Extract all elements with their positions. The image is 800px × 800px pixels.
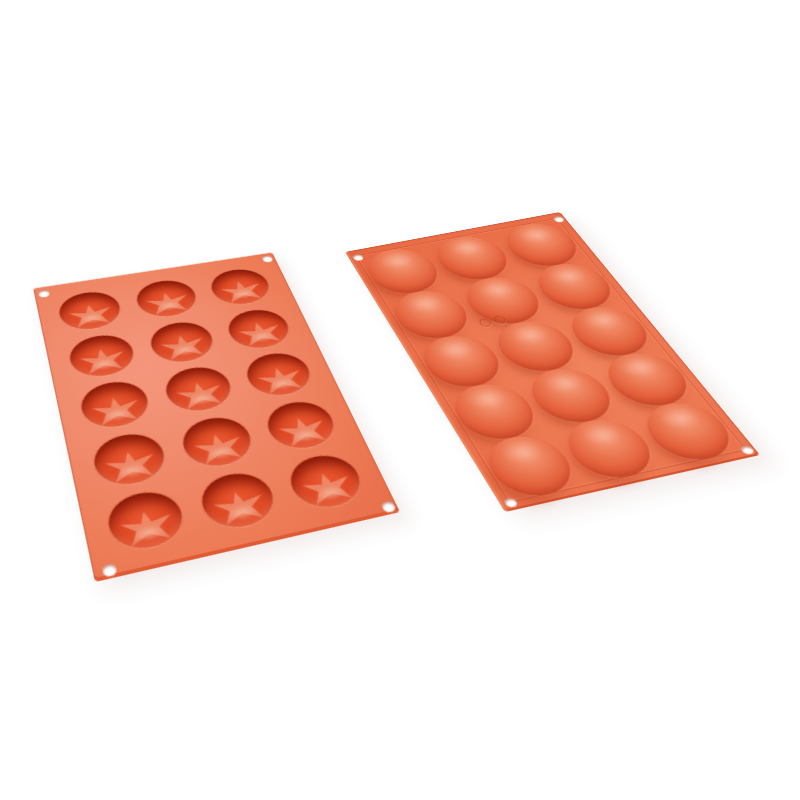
dome (496, 219, 589, 271)
cavity (206, 266, 275, 308)
cavity (161, 363, 237, 416)
cavity (90, 429, 171, 490)
dome-grid (345, 212, 760, 512)
cavity (195, 468, 281, 533)
cavity (77, 378, 153, 433)
cavity (283, 450, 369, 513)
dome (357, 244, 448, 298)
mold-dome-side-up (345, 212, 760, 512)
product-photo (0, 0, 800, 800)
cavity (132, 277, 201, 320)
mold-cavity-side-up (33, 252, 400, 582)
cavity (56, 289, 125, 334)
cavity (261, 398, 342, 454)
dome (559, 302, 660, 362)
cavity (222, 306, 295, 352)
cavity (103, 487, 189, 555)
cavity (66, 331, 138, 380)
cavity (146, 318, 219, 366)
dome (384, 286, 479, 344)
dome (527, 259, 624, 315)
dome (412, 330, 511, 392)
dome (595, 348, 701, 412)
cavity-grid (33, 252, 400, 582)
cavity (177, 413, 258, 472)
dome (427, 231, 519, 284)
cavity (241, 350, 318, 401)
